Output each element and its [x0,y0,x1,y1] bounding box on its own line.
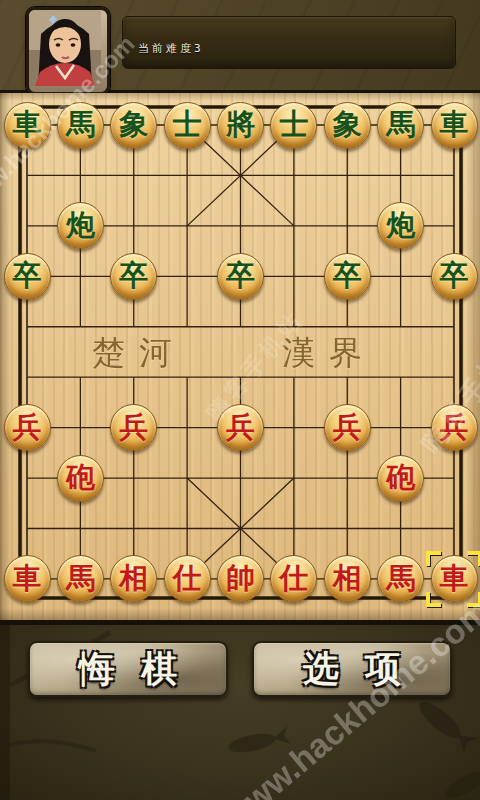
undo-button[interactable]: 悔棋 [28,641,228,697]
piece-red-cannon[interactable]: 砲 [57,455,104,502]
piece-black-chariot[interactable]: 車 [4,102,51,149]
difficulty-status-text: 当前难度3 [138,41,204,56]
piece-red-soldier[interactable]: 兵 [431,404,478,451]
piece-black-soldier[interactable]: 卒 [217,253,264,300]
piece-red-horse[interactable]: 馬 [57,555,104,602]
piece-red-chariot[interactable]: 車 [431,555,478,602]
piece-black-elephant[interactable]: 象 [110,102,157,149]
piece-red-soldier[interactable]: 兵 [217,404,264,451]
piece-black-general[interactable]: 將 [217,102,264,149]
bottom-panel: 悔棋 选项 [0,620,480,800]
piece-black-soldier[interactable]: 卒 [110,253,157,300]
piece-red-cannon[interactable]: 砲 [377,455,424,502]
piece-red-soldier[interactable]: 兵 [324,404,371,451]
piece-red-elephant[interactable]: 相 [324,555,371,602]
piece-black-horse[interactable]: 馬 [377,102,424,149]
xiangqi-board[interactable]: 楚河 漢界 車馬象士將士象馬車炮炮卒卒卒卒卒兵兵兵兵兵砲砲車馬相仕帥仕相馬車 [0,93,480,620]
piece-black-soldier[interactable]: 卒 [431,253,478,300]
app-screen: 当前难度3 楚河 漢界 車馬象士將士象馬車炮炮卒卒卒卒卒兵兵兵兵兵砲砲車馬相仕帥… [0,0,480,800]
piece-black-elephant[interactable]: 象 [324,102,371,149]
piece-black-soldier[interactable]: 卒 [4,253,51,300]
options-button[interactable]: 选项 [252,641,452,697]
status-panel: 当前难度3 [122,16,456,69]
piece-black-advisor[interactable]: 士 [270,102,317,149]
avatar-image [29,10,101,86]
board-grid [0,93,480,620]
piece-black-horse[interactable]: 馬 [57,102,104,149]
piece-black-soldier[interactable]: 卒 [324,253,371,300]
piece-black-cannon[interactable]: 炮 [57,202,104,249]
piece-red-soldier[interactable]: 兵 [4,404,51,451]
piece-red-chariot[interactable]: 車 [4,555,51,602]
piece-black-chariot[interactable]: 車 [431,102,478,149]
top-bar: 当前难度3 [0,0,480,93]
piece-black-advisor[interactable]: 士 [164,102,211,149]
player-avatar [26,7,110,95]
piece-red-advisor[interactable]: 仕 [164,555,211,602]
river-label-chu-he: 楚河 [92,330,186,376]
river-label-han-jie: 漢界 [282,330,376,376]
